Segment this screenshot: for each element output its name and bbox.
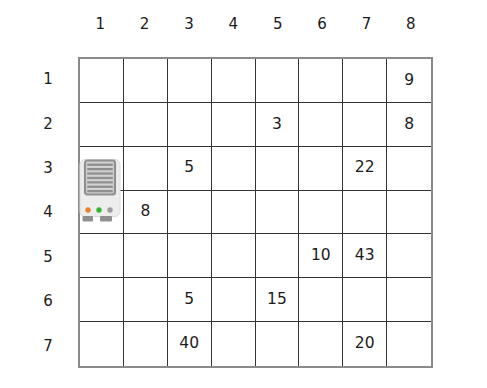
cell-r5c2[interactable] bbox=[124, 234, 168, 278]
cell-r6c2[interactable] bbox=[124, 278, 168, 322]
cell-r6c5[interactable]: 15 bbox=[256, 278, 300, 322]
row-label-2: 2 bbox=[34, 101, 62, 145]
cell-r3c5[interactable] bbox=[256, 147, 300, 191]
row-label-5: 5 bbox=[34, 235, 62, 279]
cell-r7c3[interactable]: 40 bbox=[168, 322, 212, 366]
cell-r1c1[interactable] bbox=[80, 59, 124, 103]
row-label-4: 4 bbox=[34, 190, 62, 234]
cell-r2c8[interactable]: 8 bbox=[387, 103, 431, 147]
cell-r6c6[interactable] bbox=[299, 278, 343, 322]
cell-r4c8[interactable] bbox=[387, 191, 431, 235]
cell-r5c3[interactable] bbox=[168, 234, 212, 278]
cell-r7c8[interactable] bbox=[387, 322, 431, 366]
heater-dot-gray bbox=[107, 207, 112, 212]
col-label-6: 6 bbox=[300, 10, 344, 38]
heater-dot-orange bbox=[85, 207, 90, 212]
cell-r1c7[interactable] bbox=[343, 59, 387, 103]
column-labels: 12345678 bbox=[78, 10, 433, 38]
row-label-6: 6 bbox=[34, 279, 62, 323]
cell-r7c6[interactable] bbox=[299, 322, 343, 366]
cell-r5c5[interactable] bbox=[256, 234, 300, 278]
cell-r5c8[interactable] bbox=[387, 234, 431, 278]
cell-r1c4[interactable] bbox=[212, 59, 256, 103]
cell-r2c7[interactable] bbox=[343, 103, 387, 147]
cell-r7c7[interactable]: 20 bbox=[343, 322, 387, 366]
cell-r4c7[interactable] bbox=[343, 191, 387, 235]
row-label-7: 7 bbox=[34, 324, 62, 368]
puzzle-canvas: 12345678 1234567 938522810435154020 bbox=[0, 0, 487, 388]
cell-r5c7[interactable]: 43 bbox=[343, 234, 387, 278]
cell-r2c3[interactable] bbox=[168, 103, 212, 147]
heater-dot-green bbox=[96, 207, 101, 212]
cell-r1c8[interactable]: 9 bbox=[387, 59, 431, 103]
cell-r7c1[interactable] bbox=[80, 322, 124, 366]
cell-r5c1[interactable] bbox=[80, 234, 124, 278]
cell-r1c2[interactable] bbox=[124, 59, 168, 103]
col-label-5: 5 bbox=[256, 10, 300, 38]
heater-icon[interactable] bbox=[79, 158, 122, 224]
cell-r3c8[interactable] bbox=[387, 147, 431, 191]
col-label-2: 2 bbox=[122, 10, 166, 38]
heater-foot-left bbox=[83, 216, 94, 222]
cell-r3c2[interactable] bbox=[124, 147, 168, 191]
cell-r2c6[interactable] bbox=[299, 103, 343, 147]
cell-r6c3[interactable]: 5 bbox=[168, 278, 212, 322]
cell-r1c6[interactable] bbox=[299, 59, 343, 103]
cell-r4c5[interactable] bbox=[256, 191, 300, 235]
cell-r7c2[interactable] bbox=[124, 322, 168, 366]
cell-r7c5[interactable] bbox=[256, 322, 300, 366]
row-label-3: 3 bbox=[34, 146, 62, 190]
col-label-8: 8 bbox=[389, 10, 433, 38]
col-label-4: 4 bbox=[211, 10, 255, 38]
cell-r4c6[interactable] bbox=[299, 191, 343, 235]
cell-r2c1[interactable] bbox=[80, 103, 124, 147]
cell-r3c7[interactable]: 22 bbox=[343, 147, 387, 191]
cell-r6c4[interactable] bbox=[212, 278, 256, 322]
board: 938522810435154020 bbox=[78, 57, 433, 368]
cell-r7c4[interactable] bbox=[212, 322, 256, 366]
heater-foot-right bbox=[100, 216, 112, 222]
cell-r4c2[interactable]: 8 bbox=[124, 191, 168, 235]
cell-r3c6[interactable] bbox=[299, 147, 343, 191]
cell-r2c4[interactable] bbox=[212, 103, 256, 147]
cell-r2c5[interactable]: 3 bbox=[256, 103, 300, 147]
cell-r6c1[interactable] bbox=[80, 278, 124, 322]
cell-r1c3[interactable] bbox=[168, 59, 212, 103]
col-label-7: 7 bbox=[344, 10, 388, 38]
cell-r1c5[interactable] bbox=[256, 59, 300, 103]
row-label-1: 1 bbox=[34, 57, 62, 101]
cell-r3c3[interactable]: 5 bbox=[168, 147, 212, 191]
cell-r3c4[interactable] bbox=[212, 147, 256, 191]
row-labels: 1234567 bbox=[34, 57, 62, 368]
cell-r6c8[interactable] bbox=[387, 278, 431, 322]
cell-r4c4[interactable] bbox=[212, 191, 256, 235]
cell-r6c7[interactable] bbox=[343, 278, 387, 322]
cell-r2c2[interactable] bbox=[124, 103, 168, 147]
cell-r4c3[interactable] bbox=[168, 191, 212, 235]
cell-r5c6[interactable]: 10 bbox=[299, 234, 343, 278]
col-label-3: 3 bbox=[167, 10, 211, 38]
col-label-1: 1 bbox=[78, 10, 122, 38]
cell-r5c4[interactable] bbox=[212, 234, 256, 278]
